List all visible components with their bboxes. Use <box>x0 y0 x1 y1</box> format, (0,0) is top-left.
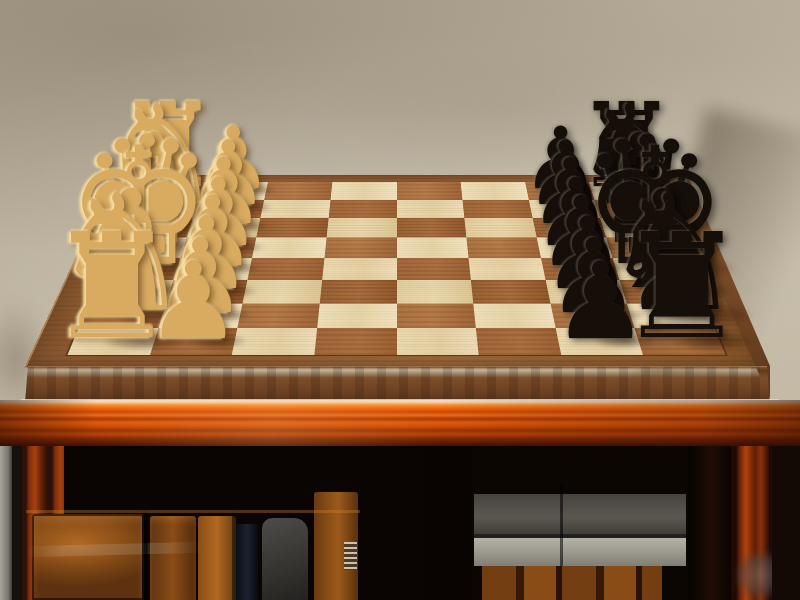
square-f1 <box>89 280 173 303</box>
board-front-edge-face <box>25 366 770 403</box>
cabinet-far-right-edge <box>772 446 800 600</box>
square-h7 <box>555 328 643 355</box>
square-c5 <box>397 218 467 237</box>
book-dark-spine <box>236 524 258 600</box>
book-page-edges <box>344 542 357 570</box>
square-a3 <box>264 182 332 199</box>
molding-end-shading <box>0 400 800 446</box>
square-h2 <box>150 328 238 355</box>
cabinet-right-post <box>688 446 731 600</box>
square-g7 <box>550 303 635 328</box>
square-g4 <box>317 303 396 328</box>
square-f3 <box>243 280 322 303</box>
square-d5 <box>397 237 469 258</box>
square-d8 <box>606 237 685 258</box>
square-f4 <box>320 280 397 303</box>
square-d1 <box>108 237 187 258</box>
square-d6 <box>466 237 540 258</box>
square-e1 <box>99 258 180 280</box>
square-g5 <box>397 303 476 328</box>
square-c1 <box>117 218 193 237</box>
square-a2 <box>198 182 268 199</box>
square-f8 <box>620 280 704 303</box>
square-f7 <box>545 280 627 303</box>
square-g3 <box>238 303 320 328</box>
square-b7 <box>529 200 601 218</box>
square-b1 <box>125 200 199 218</box>
glass-reflection-band-bright <box>474 538 686 566</box>
square-e7 <box>541 258 620 280</box>
cabinet-left-gap <box>12 446 22 600</box>
square-g2 <box>158 303 243 328</box>
square-b2 <box>193 200 265 218</box>
square-d4 <box>324 237 396 258</box>
square-g1 <box>79 303 166 328</box>
square-c8 <box>600 218 676 237</box>
square-h8 <box>635 328 726 355</box>
square-h4 <box>314 328 396 355</box>
square-g6 <box>473 303 555 328</box>
square-a4 <box>330 182 396 199</box>
books-right-compartment <box>482 566 662 600</box>
square-c7 <box>532 218 606 237</box>
book-large-leather <box>32 514 144 600</box>
glass-reflection-band-dim <box>474 494 686 536</box>
square-h5 <box>397 328 479 355</box>
square-h1 <box>67 328 158 355</box>
cabinet-left-glass-sliver <box>0 446 12 600</box>
square-a7 <box>525 182 595 199</box>
square-a6 <box>461 182 529 199</box>
square-b5 <box>397 200 465 218</box>
cabinet-center-divider <box>425 446 474 600</box>
square-a1 <box>132 182 203 199</box>
glass-door-frame-line <box>232 510 236 600</box>
square-e8 <box>613 258 694 280</box>
square-d2 <box>180 237 256 258</box>
square-h3 <box>232 328 317 355</box>
chess-photo-scene: ♜♟♟♜♞♟♟♞♝♟♟♝♛♟♟♛♚♟♟♚♝♟♟♝♞♟♟♞♜♟♟♜ Wooden … <box>0 0 800 600</box>
square-f5 <box>397 280 474 303</box>
chess-board-grid <box>67 182 725 355</box>
gray-cloth-object <box>262 518 308 600</box>
square-c4 <box>327 218 397 237</box>
square-e4 <box>322 258 396 280</box>
square-b8 <box>595 200 669 218</box>
square-e6 <box>469 258 546 280</box>
shelf-edge-glow <box>26 510 360 513</box>
square-g8 <box>627 303 714 328</box>
book-spine <box>150 516 196 600</box>
square-c2 <box>187 218 261 237</box>
square-c3 <box>257 218 329 237</box>
square-e2 <box>173 258 252 280</box>
square-d7 <box>536 237 612 258</box>
square-d3 <box>252 237 326 258</box>
square-b6 <box>463 200 533 218</box>
cabinet-top-molding <box>0 400 800 446</box>
square-b3 <box>261 200 331 218</box>
square-h6 <box>476 328 561 355</box>
square-b4 <box>329 200 397 218</box>
square-a5 <box>397 182 463 199</box>
square-e5 <box>397 258 471 280</box>
square-f2 <box>166 280 248 303</box>
square-a8 <box>589 182 660 199</box>
square-f6 <box>471 280 550 303</box>
book-spine <box>198 516 236 600</box>
square-e3 <box>248 258 325 280</box>
chess-board-plane <box>24 175 769 368</box>
glass-door-frame-line <box>142 510 148 600</box>
bookcase-cabinet <box>0 446 800 600</box>
square-c6 <box>464 218 536 237</box>
